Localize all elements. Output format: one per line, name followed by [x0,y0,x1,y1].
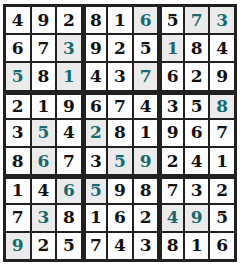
cell-r1c9[interactable]: 3 [210,7,234,33]
cell-r2c2[interactable]: 7 [32,35,56,61]
cell-r1c8[interactable]: 7 [185,7,209,33]
cell-r1c4[interactable]: 8 [83,7,107,33]
cell-r3c4[interactable]: 4 [83,63,107,89]
cell-r7c4[interactable]: 5 [83,176,107,202]
cell-r7c3[interactable]: 6 [57,176,81,202]
cell-r4c7[interactable]: 3 [159,92,183,118]
cell-r4c5[interactable]: 7 [108,92,132,118]
cell-r4c1[interactable]: 2 [6,92,30,118]
cell-r6c2[interactable]: 6 [32,148,56,174]
cell-r6c8[interactable]: 4 [185,148,209,174]
cell-r7c9[interactable]: 2 [210,176,234,202]
cell-r8c9[interactable]: 5 [210,205,234,231]
cell-r3c8[interactable]: 2 [185,63,209,89]
cell-r9c6[interactable]: 3 [134,233,158,259]
cell-r2c6[interactable]: 5 [134,35,158,61]
cell-r9c8[interactable]: 1 [185,233,209,259]
cell-r7c7[interactable]: 7 [159,176,183,202]
cell-r6c3[interactable]: 7 [57,148,81,174]
cell-r2c5[interactable]: 2 [108,35,132,61]
cell-r6c6[interactable]: 9 [134,148,158,174]
cell-r3c9[interactable]: 9 [210,63,234,89]
cell-r2c7[interactable]: 1 [159,35,183,61]
cell-r6c1[interactable]: 8 [6,148,30,174]
cell-r1c1[interactable]: 4 [6,7,30,33]
cell-r8c6[interactable]: 2 [134,205,158,231]
sudoku-board: 4928165736739251845814376292196743583542… [3,4,237,262]
cell-r5c8[interactable]: 6 [185,120,209,146]
cell-r2c1[interactable]: 6 [6,35,30,61]
cell-r4c8[interactable]: 5 [185,92,209,118]
cell-r5c6[interactable]: 1 [134,120,158,146]
cell-r4c6[interactable]: 4 [134,92,158,118]
cell-r9c1[interactable]: 9 [6,233,30,259]
cell-r6c4[interactable]: 3 [83,148,107,174]
cell-r8c3[interactable]: 8 [57,205,81,231]
cell-r3c3[interactable]: 1 [57,63,81,89]
cell-r3c5[interactable]: 3 [108,63,132,89]
cell-r5c1[interactable]: 3 [6,120,30,146]
cell-r4c3[interactable]: 9 [57,92,81,118]
cell-r9c9[interactable]: 6 [210,233,234,259]
cell-r5c7[interactable]: 9 [159,120,183,146]
cell-r1c3[interactable]: 2 [57,7,81,33]
cell-r9c7[interactable]: 8 [159,233,183,259]
cell-r8c7[interactable]: 4 [159,205,183,231]
cell-r6c7[interactable]: 2 [159,148,183,174]
cell-r7c8[interactable]: 3 [185,176,209,202]
cell-r8c5[interactable]: 6 [108,205,132,231]
cell-r9c5[interactable]: 4 [108,233,132,259]
cell-r5c9[interactable]: 7 [210,120,234,146]
cell-r2c9[interactable]: 4 [210,35,234,61]
cell-r8c8[interactable]: 9 [185,205,209,231]
cell-r1c5[interactable]: 1 [108,7,132,33]
page: 4928165736739251845814376292196743583542… [0,0,240,265]
cell-r6c5[interactable]: 5 [108,148,132,174]
cell-r3c7[interactable]: 6 [159,63,183,89]
cell-r7c5[interactable]: 9 [108,176,132,202]
cell-r2c4[interactable]: 9 [83,35,107,61]
cell-r3c1[interactable]: 5 [6,63,30,89]
cell-r4c4[interactable]: 6 [83,92,107,118]
cell-r2c3[interactable]: 3 [57,35,81,61]
cell-r7c1[interactable]: 1 [6,176,30,202]
cell-r4c9[interactable]: 8 [210,92,234,118]
cell-r3c6[interactable]: 7 [134,63,158,89]
cell-r9c4[interactable]: 7 [83,233,107,259]
cell-r1c7[interactable]: 5 [159,7,183,33]
cell-r4c2[interactable]: 1 [32,92,56,118]
cell-r8c1[interactable]: 7 [6,205,30,231]
cell-r8c2[interactable]: 3 [32,205,56,231]
cell-r5c2[interactable]: 5 [32,120,56,146]
cell-r1c2[interactable]: 9 [32,7,56,33]
cell-r7c2[interactable]: 4 [32,176,56,202]
cell-r1c6[interactable]: 6 [134,7,158,33]
cell-r5c3[interactable]: 4 [57,120,81,146]
cell-r6c9[interactable]: 1 [210,148,234,174]
cell-r2c8[interactable]: 8 [185,35,209,61]
cell-r9c2[interactable]: 2 [32,233,56,259]
cell-r5c4[interactable]: 2 [83,120,107,146]
cell-r9c3[interactable]: 5 [57,233,81,259]
cell-r3c2[interactable]: 8 [32,63,56,89]
cell-r7c6[interactable]: 8 [134,176,158,202]
cell-r8c4[interactable]: 1 [83,205,107,231]
cell-r5c5[interactable]: 8 [108,120,132,146]
